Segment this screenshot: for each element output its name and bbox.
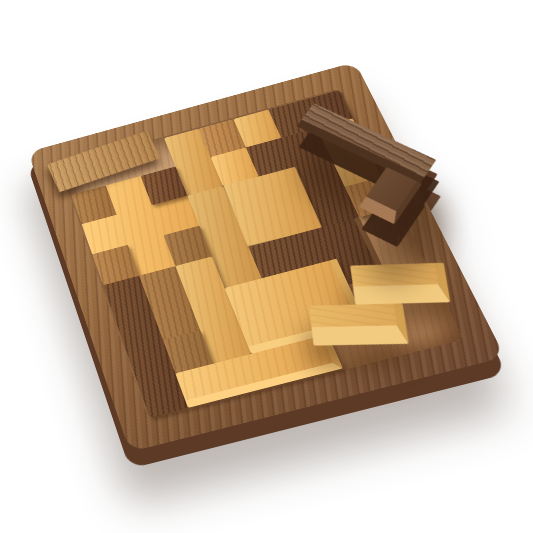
photo-stage — [0, 0, 533, 533]
gold-S-block-1 — [350, 263, 450, 305]
puzzle-tray — [28, 62, 505, 452]
gold-S-block-2 — [309, 303, 409, 345]
